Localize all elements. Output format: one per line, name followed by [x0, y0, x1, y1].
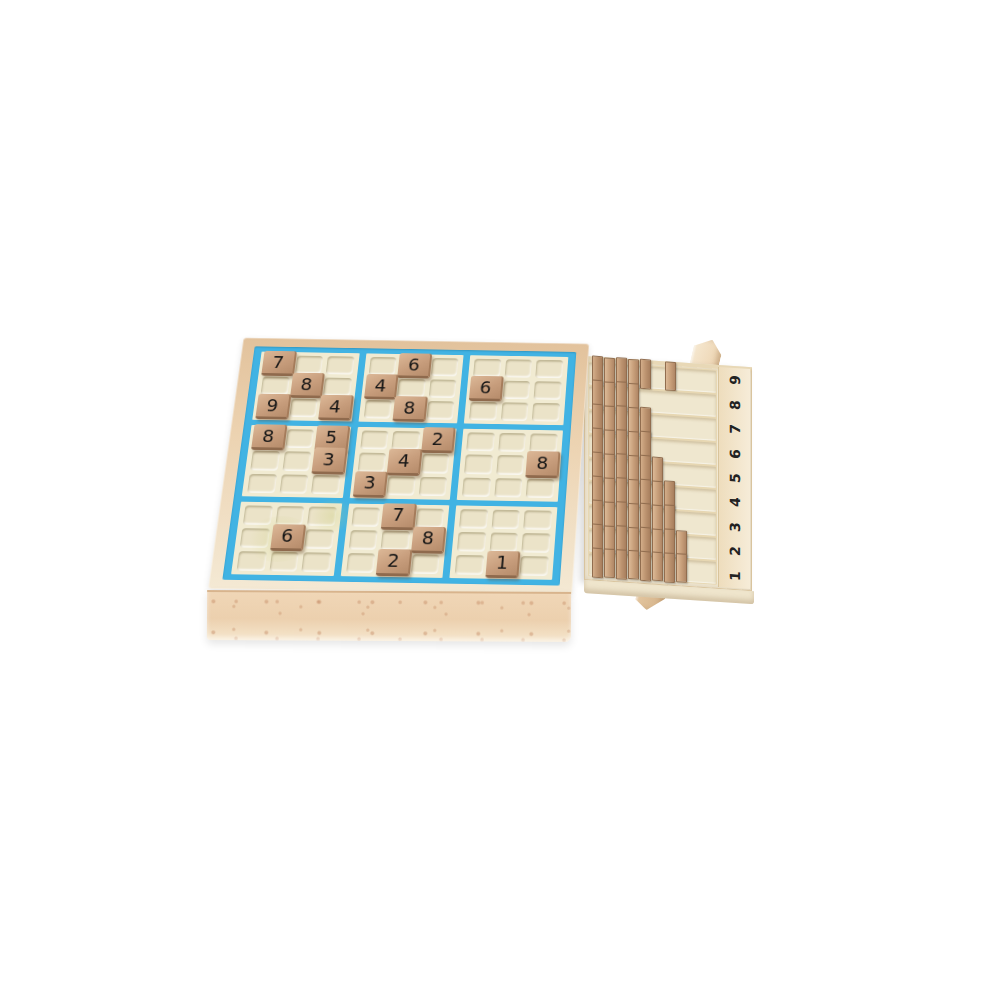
board-cell[interactable]: 3 [355, 475, 384, 494]
board-cell[interactable] [462, 477, 491, 496]
board-cell[interactable]: 1 [487, 555, 516, 575]
board-cell[interactable] [301, 552, 331, 572]
board-cell[interactable] [504, 359, 532, 378]
board-cell[interactable] [526, 478, 554, 497]
board-cell[interactable] [411, 554, 440, 574]
drawer-tile[interactable] [652, 552, 663, 581]
board-cell[interactable] [363, 400, 392, 419]
rail-number-5: 5 [719, 465, 750, 491]
sudoku-3x3-box: 7894 [252, 352, 359, 422]
sudoku-board: 78946486853243867821 [222, 346, 576, 585]
drawer-tile[interactable] [640, 550, 651, 581]
rail-number-8: 8 [719, 391, 750, 417]
board-cell[interactable] [240, 528, 270, 548]
sudoku-3x3-box: 6 [231, 501, 342, 576]
rail-number-4: 4 [719, 489, 750, 515]
board-cell[interactable] [392, 431, 421, 450]
number-tile[interactable]: 8 [526, 451, 561, 478]
rail-number-1: 1 [719, 562, 750, 588]
board-cell[interactable] [473, 359, 501, 378]
board-cell[interactable] [496, 455, 524, 474]
rail-number-7: 7 [719, 416, 750, 442]
board-cell[interactable] [397, 379, 425, 398]
board-cell[interactable]: 8 [395, 401, 423, 420]
board-cell[interactable] [524, 510, 553, 530]
board-cell[interactable]: 8 [292, 377, 321, 396]
board-cell[interactable] [498, 433, 526, 452]
board-cell[interactable] [421, 454, 450, 473]
board-cell[interactable] [275, 506, 305, 526]
sudoku-3x3-box: 782 [340, 503, 449, 578]
board-cell[interactable]: 7 [263, 355, 292, 374]
sudoku-3x3-box: 243 [349, 427, 456, 499]
board-cell[interactable] [503, 381, 531, 400]
drawer-tile[interactable] [592, 547, 603, 578]
drawer-tile[interactable] [664, 552, 675, 583]
board-cell[interactable] [351, 507, 380, 527]
board-cell[interactable] [304, 529, 334, 549]
number-tile[interactable]: 2 [376, 549, 412, 577]
board-cell[interactable] [536, 360, 564, 379]
number-tile[interactable]: 8 [290, 373, 325, 399]
board-cell[interactable] [426, 401, 454, 420]
board-cell[interactable] [530, 434, 558, 453]
board-cell[interactable] [269, 552, 299, 572]
board-cell[interactable]: 2 [378, 553, 407, 573]
sudoku-3x3-box: 8 [457, 429, 563, 501]
box-front-face [207, 590, 571, 642]
board-cell[interactable] [532, 403, 560, 422]
board-cell[interactable]: 6 [272, 528, 302, 548]
sudoku-3x3-box: 648 [358, 353, 464, 423]
number-tile[interactable]: 1 [485, 551, 521, 579]
board-cell[interactable] [368, 357, 396, 376]
board-cell[interactable] [346, 553, 376, 573]
board-cell[interactable]: 4 [389, 453, 418, 472]
board-cell[interactable]: 8 [253, 429, 282, 448]
board-cell[interactable]: 9 [258, 398, 287, 417]
board-cell[interactable] [243, 505, 273, 525]
sudoku-3x3-box: 853 [242, 425, 351, 497]
drawer-tile[interactable] [604, 549, 615, 578]
board-cell[interactable] [464, 455, 493, 474]
sudoku-3x3-box: 6 [464, 355, 568, 425]
board-cell[interactable] [469, 402, 497, 421]
number-tile[interactable]: 7 [381, 503, 417, 530]
board-cell[interactable] [326, 356, 355, 375]
number-tile[interactable]: 3 [352, 471, 388, 498]
board-cell[interactable] [489, 532, 518, 552]
number-tile[interactable]: 6 [397, 353, 432, 378]
board-cell[interactable] [459, 509, 488, 529]
product-photo-background: 78946486853243867821 987654321 [0, 0, 990, 990]
board-cell[interactable] [279, 474, 308, 493]
drawer-tile[interactable] [665, 362, 676, 391]
board-cell[interactable] [289, 399, 318, 418]
board-cell[interactable] [419, 476, 448, 495]
board-cell[interactable]: 6 [400, 357, 428, 376]
number-tile[interactable]: 4 [364, 374, 399, 400]
board-cell[interactable] [348, 530, 377, 550]
drawer-tile[interactable] [616, 549, 627, 580]
rail-number-3: 3 [719, 514, 750, 540]
board-cell[interactable] [261, 377, 290, 396]
drawer-lanes [588, 361, 717, 585]
drawer-tile[interactable] [640, 359, 651, 390]
number-tile[interactable]: 8 [251, 424, 287, 450]
board-cell[interactable] [415, 508, 444, 528]
board-cell[interactable] [457, 532, 486, 552]
board-cell[interactable] [357, 453, 386, 472]
board-cell[interactable] [455, 555, 484, 575]
tile-drawer[interactable]: 987654321 [584, 356, 752, 591]
board-cell[interactable]: 4 [366, 378, 394, 397]
number-tile[interactable]: 4 [387, 449, 422, 475]
board-cell[interactable]: 3 [314, 452, 343, 471]
board-cell[interactable] [501, 402, 529, 421]
number-tile[interactable]: 8 [393, 396, 428, 422]
number-tile[interactable]: 6 [469, 376, 503, 402]
board-cell[interactable]: 8 [413, 531, 442, 551]
board-cell[interactable] [534, 381, 562, 400]
board-cell[interactable] [307, 506, 336, 526]
number-tile[interactable]: 2 [421, 427, 456, 453]
board-cell[interactable] [428, 379, 456, 398]
drawer-number-rail: 987654321 [718, 367, 750, 589]
rail-number-6: 6 [719, 440, 750, 466]
board-cell[interactable] [360, 431, 389, 450]
board-cell[interactable]: 5 [317, 430, 346, 449]
board-cell[interactable]: 6 [471, 380, 499, 399]
board-cell[interactable] [250, 451, 279, 470]
board-cell[interactable]: 2 [423, 432, 452, 451]
drawer-tile[interactable] [628, 550, 639, 579]
board-cell[interactable] [323, 378, 352, 397]
rail-number-2: 2 [719, 538, 750, 564]
number-tile[interactable]: 7 [261, 351, 296, 376]
rail-number-9: 9 [719, 367, 750, 393]
number-tile[interactable]: 8 [411, 526, 447, 553]
board-cell[interactable]: 4 [320, 399, 349, 418]
board-cell[interactable]: 7 [383, 508, 412, 528]
board-cell[interactable] [247, 473, 276, 492]
board-cell[interactable]: 8 [528, 456, 556, 475]
board-cell[interactable] [311, 475, 340, 494]
sudoku-box-top: 78946486853243867821 [208, 338, 589, 596]
number-tile[interactable]: 4 [318, 395, 353, 421]
number-tile[interactable]: 6 [270, 524, 307, 551]
board-cell[interactable] [522, 533, 551, 553]
sudoku-3x3-box: 1 [450, 505, 558, 580]
board-cell[interactable] [282, 452, 311, 471]
number-tile[interactable]: 9 [255, 394, 291, 420]
board-cell[interactable] [491, 509, 520, 529]
board-cell[interactable] [295, 356, 324, 375]
board-cell[interactable] [494, 478, 523, 497]
board-cell[interactable] [285, 429, 314, 448]
board-cell[interactable] [466, 433, 494, 452]
number-tile[interactable]: 3 [312, 448, 348, 474]
board-cell[interactable] [237, 551, 267, 571]
board-cell[interactable] [387, 476, 416, 495]
drawer-tile[interactable] [676, 554, 687, 583]
board-cell[interactable] [520, 556, 549, 576]
board-cell[interactable] [431, 358, 459, 377]
board-cell[interactable] [381, 530, 410, 550]
